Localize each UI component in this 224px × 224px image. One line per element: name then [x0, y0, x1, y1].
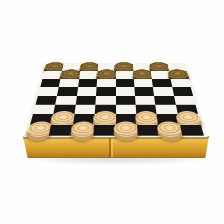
square-r8c6[interactable]	[137, 125, 160, 136]
square-r5c5[interactable]	[116, 96, 136, 105]
square-r7c6[interactable]	[136, 114, 158, 124]
board-perspective-wrapper	[35, 15, 196, 176]
square-r8c5[interactable]	[116, 125, 138, 136]
square-r4c7[interactable]	[153, 87, 174, 96]
light-checker-piece[interactable]	[70, 121, 96, 136]
square-r4c1[interactable]	[38, 87, 59, 96]
square-r2c5[interactable]	[116, 71, 134, 79]
square-r3c7[interactable]	[152, 79, 172, 87]
square-r4c6[interactable]	[134, 87, 154, 96]
light-checker-piece[interactable]	[176, 111, 203, 125]
square-r4c2[interactable]	[57, 87, 78, 96]
square-r3c4[interactable]	[97, 79, 116, 87]
square-r7c2[interactable]	[51, 114, 74, 124]
square-r3c8[interactable]	[170, 79, 190, 87]
square-r8c1[interactable]	[27, 125, 51, 136]
square-r6c3[interactable]	[74, 105, 95, 115]
square-r3c5[interactable]	[116, 79, 135, 87]
square-r3c2[interactable]	[59, 79, 79, 87]
square-r4c3[interactable]	[77, 87, 97, 96]
square-r6c1[interactable]	[33, 105, 56, 115]
square-r8c2[interactable]	[49, 125, 73, 136]
square-r1c3[interactable]	[80, 64, 98, 71]
square-r2c2[interactable]	[61, 71, 80, 79]
square-r5c4[interactable]	[96, 96, 116, 105]
square-r1c1[interactable]	[45, 64, 64, 71]
square-r7c8[interactable]	[177, 114, 200, 124]
checkers-board	[23, 63, 208, 137]
square-r5c8[interactable]	[174, 96, 196, 105]
square-r8c7[interactable]	[158, 125, 182, 136]
square-r2c3[interactable]	[79, 71, 98, 79]
square-r2c8[interactable]	[169, 71, 189, 79]
square-r6c7[interactable]	[155, 105, 177, 115]
square-r8c3[interactable]	[71, 125, 94, 136]
square-r3c3[interactable]	[78, 79, 97, 87]
square-r8c8[interactable]	[180, 125, 204, 136]
square-r5c6[interactable]	[135, 96, 156, 105]
square-r3c1[interactable]	[40, 79, 60, 87]
light-checker-piece[interactable]	[93, 111, 117, 125]
square-r3c6[interactable]	[134, 79, 153, 87]
square-r5c3[interactable]	[76, 96, 97, 105]
square-r4c4[interactable]	[96, 87, 115, 96]
square-r6c5[interactable]	[116, 105, 137, 115]
product-photo-canvas	[0, 0, 224, 224]
square-r5c1[interactable]	[36, 96, 58, 105]
square-r2c6[interactable]	[133, 71, 152, 79]
square-r5c2[interactable]	[56, 96, 77, 105]
square-r5c7[interactable]	[154, 96, 175, 105]
square-r7c4[interactable]	[94, 114, 115, 124]
square-r4c8[interactable]	[172, 87, 193, 96]
square-r8c4[interactable]	[93, 125, 115, 136]
square-r1c5[interactable]	[116, 64, 134, 71]
square-r4c5[interactable]	[116, 87, 135, 96]
light-checker-piece[interactable]	[114, 121, 139, 136]
square-r2c4[interactable]	[97, 71, 115, 79]
square-r1c7[interactable]	[150, 64, 169, 71]
